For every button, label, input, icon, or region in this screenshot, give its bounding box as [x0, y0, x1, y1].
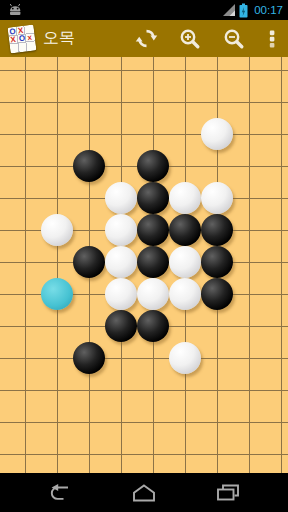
app-icon-mark: O	[19, 34, 26, 43]
zoom-in-button[interactable]	[168, 20, 212, 57]
stone-white	[105, 182, 137, 214]
recents-icon	[215, 483, 241, 503]
stone-cyan	[41, 278, 73, 310]
stone-black	[201, 214, 233, 246]
android-robot-icon	[7, 3, 23, 17]
navigation-bar	[0, 473, 288, 512]
magnifier-plus-icon	[178, 27, 202, 51]
stone-black	[105, 310, 137, 342]
home-button[interactable]	[120, 473, 168, 512]
app-icon: O X X O x	[8, 24, 37, 53]
stone-white	[105, 278, 137, 310]
home-icon	[131, 483, 157, 503]
stone-white	[169, 246, 201, 278]
stone-black	[201, 278, 233, 310]
stone-black	[73, 246, 105, 278]
stone-white	[169, 278, 201, 310]
stone-white	[105, 214, 137, 246]
stone-white	[201, 182, 233, 214]
app-title: 오목	[43, 28, 75, 49]
stone-black	[169, 214, 201, 246]
stone-white	[201, 118, 233, 150]
stone-white	[41, 214, 73, 246]
stone-white	[169, 182, 201, 214]
stone-white	[169, 342, 201, 374]
stone-black	[73, 150, 105, 182]
app-icon-mark: X	[10, 35, 16, 44]
action-bar: O X X O x 오목	[0, 20, 288, 57]
stone-black	[73, 342, 105, 374]
stone-black	[137, 246, 169, 278]
back-icon	[47, 483, 73, 503]
stone-black	[137, 310, 169, 342]
magnifier-minus-icon	[222, 27, 246, 51]
stone-white	[105, 246, 137, 278]
refresh-button[interactable]	[124, 20, 168, 57]
status-left	[7, 3, 23, 17]
phone-screen: 00:17 O X X O x 오목	[0, 0, 288, 512]
clock: 00:17	[254, 0, 283, 20]
overflow-menu-button[interactable]	[256, 20, 288, 57]
board[interactable]	[0, 57, 288, 473]
zoom-out-button[interactable]	[212, 20, 256, 57]
stone-black	[137, 150, 169, 182]
stone-black	[137, 214, 169, 246]
stone-black	[201, 246, 233, 278]
app-icon-mark: x	[27, 33, 32, 41]
three-dots-icon	[260, 27, 284, 51]
back-button[interactable]	[36, 473, 84, 512]
stone-white	[137, 278, 169, 310]
recents-button[interactable]	[204, 473, 252, 512]
signal-strength-icon	[222, 3, 236, 17]
status-right: 00:17	[222, 0, 285, 20]
refresh-icon	[134, 26, 159, 51]
battery-charging-icon	[238, 2, 249, 19]
status-bar: 00:17	[0, 0, 288, 20]
stone-black	[137, 182, 169, 214]
